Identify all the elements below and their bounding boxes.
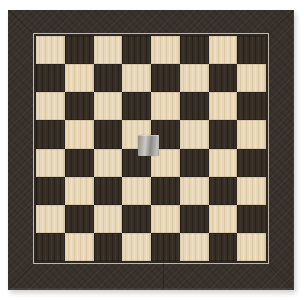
square-h6[interactable] — [237, 92, 266, 120]
square-g8[interactable] — [209, 36, 238, 64]
square-a6[interactable] — [36, 92, 65, 120]
square-a1[interactable] — [36, 233, 65, 261]
square-h4[interactable] — [237, 149, 266, 177]
square-b1[interactable] — [65, 233, 94, 261]
square-d7[interactable] — [122, 64, 151, 92]
square-g4[interactable] — [209, 149, 238, 177]
square-c8[interactable] — [94, 36, 123, 64]
square-c5[interactable] — [94, 120, 123, 148]
square-b4[interactable] — [65, 149, 94, 177]
frame-seam — [163, 263, 164, 290]
chessboard — [8, 10, 294, 290]
square-h7[interactable] — [237, 64, 266, 92]
square-b5[interactable] — [65, 120, 94, 148]
square-a8[interactable] — [36, 36, 65, 64]
square-f2[interactable] — [180, 205, 209, 233]
square-e8[interactable] — [151, 36, 180, 64]
square-b8[interactable] — [65, 36, 94, 64]
square-d6[interactable] — [122, 92, 151, 120]
square-a2[interactable] — [36, 205, 65, 233]
square-c4[interactable] — [94, 149, 123, 177]
square-a4[interactable] — [36, 149, 65, 177]
square-h3[interactable] — [237, 177, 266, 205]
square-f3[interactable] — [180, 177, 209, 205]
center-metal-square-inlay — [138, 135, 159, 156]
square-g7[interactable] — [209, 64, 238, 92]
square-c3[interactable] — [94, 177, 123, 205]
square-h1[interactable] — [237, 233, 266, 261]
square-f1[interactable] — [180, 233, 209, 261]
product-photo — [0, 0, 304, 300]
square-e1[interactable] — [151, 233, 180, 261]
square-b2[interactable] — [65, 205, 94, 233]
square-d8[interactable] — [122, 36, 151, 64]
square-f8[interactable] — [180, 36, 209, 64]
square-e3[interactable] — [151, 177, 180, 205]
square-h2[interactable] — [237, 205, 266, 233]
square-g1[interactable] — [209, 233, 238, 261]
square-c1[interactable] — [94, 233, 123, 261]
square-b7[interactable] — [65, 64, 94, 92]
square-g2[interactable] — [209, 205, 238, 233]
square-c6[interactable] — [94, 92, 123, 120]
square-e7[interactable] — [151, 64, 180, 92]
square-g5[interactable] — [209, 120, 238, 148]
square-e2[interactable] — [151, 205, 180, 233]
square-a3[interactable] — [36, 177, 65, 205]
square-a7[interactable] — [36, 64, 65, 92]
square-d3[interactable] — [122, 177, 151, 205]
square-f4[interactable] — [180, 149, 209, 177]
square-g6[interactable] — [209, 92, 238, 120]
square-f6[interactable] — [180, 92, 209, 120]
square-c7[interactable] — [94, 64, 123, 92]
square-c2[interactable] — [94, 205, 123, 233]
square-e6[interactable] — [151, 92, 180, 120]
square-h8[interactable] — [237, 36, 266, 64]
square-d1[interactable] — [122, 233, 151, 261]
square-f5[interactable] — [180, 120, 209, 148]
square-f7[interactable] — [180, 64, 209, 92]
square-d2[interactable] — [122, 205, 151, 233]
square-b3[interactable] — [65, 177, 94, 205]
square-a5[interactable] — [36, 120, 65, 148]
square-h5[interactable] — [237, 120, 266, 148]
square-g3[interactable] — [209, 177, 238, 205]
square-b6[interactable] — [65, 92, 94, 120]
